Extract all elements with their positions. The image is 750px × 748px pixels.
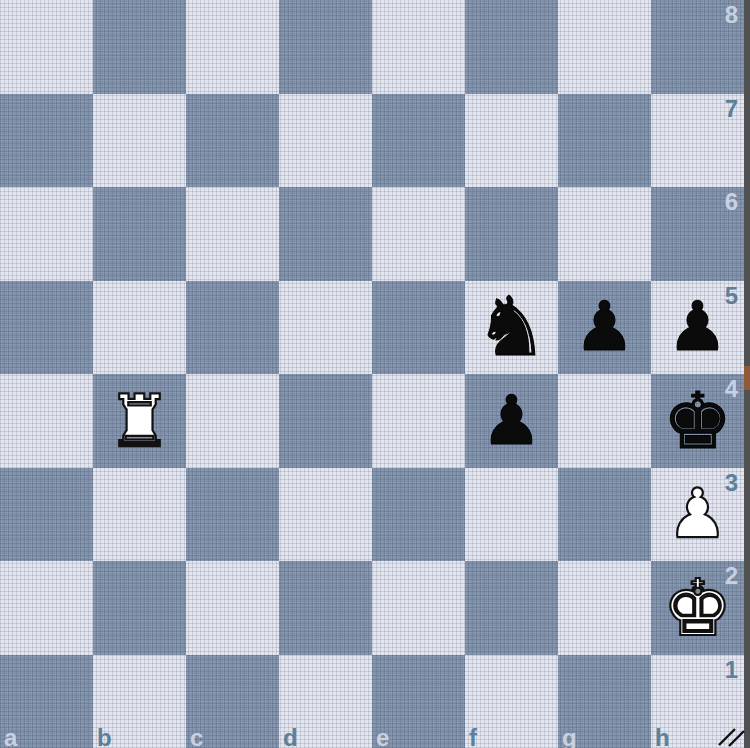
square-c7[interactable] [186, 94, 279, 188]
file-label-e: e [376, 726, 389, 748]
square-f3[interactable] [465, 468, 558, 562]
square-e4[interactable] [372, 374, 465, 468]
file-label-a: a [4, 726, 17, 748]
square-e1[interactable]: e [372, 655, 465, 748]
square-f4[interactable]: ♟ [465, 374, 558, 468]
square-d2[interactable] [279, 561, 372, 655]
square-f1[interactable]: f [465, 655, 558, 748]
piece-black-pawn-g5[interactable]: ♟ [558, 281, 651, 375]
square-f5[interactable]: ♞ [465, 281, 558, 375]
square-g4[interactable] [558, 374, 651, 468]
file-label-b: b [97, 726, 112, 748]
square-g3[interactable] [558, 468, 651, 562]
chess-app: 876♞♟5♟♜♟4♚3♟2♚abcdefg1h [0, 0, 750, 748]
square-h8[interactable]: 8 [651, 0, 744, 94]
square-c6[interactable] [186, 187, 279, 281]
square-b8[interactable] [93, 0, 186, 94]
square-b1[interactable]: b [93, 655, 186, 748]
square-d1[interactable]: d [279, 655, 372, 748]
piece-white-rook-b4[interactable]: ♜ [93, 374, 186, 468]
square-a2[interactable] [0, 561, 93, 655]
square-e7[interactable] [372, 94, 465, 188]
rank-label-2: 2 [725, 564, 738, 588]
rank-label-4: 4 [725, 377, 738, 401]
square-d3[interactable] [279, 468, 372, 562]
square-f7[interactable] [465, 94, 558, 188]
resize-handle[interactable] [718, 727, 746, 747]
square-b7[interactable] [93, 94, 186, 188]
square-f2[interactable] [465, 561, 558, 655]
rank-label-1: 1 [725, 658, 738, 682]
square-d6[interactable] [279, 187, 372, 281]
rank-label-7: 7 [725, 97, 738, 121]
square-c5[interactable] [186, 281, 279, 375]
square-a5[interactable] [0, 281, 93, 375]
square-g5[interactable]: ♟ [558, 281, 651, 375]
square-c8[interactable] [186, 0, 279, 94]
piece-black-knight-f5[interactable]: ♞ [465, 281, 558, 375]
square-c2[interactable] [186, 561, 279, 655]
square-b5[interactable] [93, 281, 186, 375]
square-a6[interactable] [0, 187, 93, 281]
square-h4[interactable]: 4♚ [651, 374, 744, 468]
chess-board: 876♞♟5♟♜♟4♚3♟2♚abcdefg1h [0, 0, 744, 748]
square-e5[interactable] [372, 281, 465, 375]
file-label-h: h [655, 726, 670, 748]
square-g1[interactable]: g [558, 655, 651, 748]
square-e2[interactable] [372, 561, 465, 655]
file-label-d: d [283, 726, 298, 748]
square-e3[interactable] [372, 468, 465, 562]
square-d8[interactable] [279, 0, 372, 94]
square-f6[interactable] [465, 187, 558, 281]
square-a3[interactable] [0, 468, 93, 562]
square-b4[interactable]: ♜ [93, 374, 186, 468]
square-a8[interactable] [0, 0, 93, 94]
rank-label-6: 6 [725, 190, 738, 214]
square-h5[interactable]: 5♟ [651, 281, 744, 375]
square-b6[interactable] [93, 187, 186, 281]
square-h6[interactable]: 6 [651, 187, 744, 281]
square-b3[interactable] [93, 468, 186, 562]
rank-label-8: 8 [725, 3, 738, 27]
square-g7[interactable] [558, 94, 651, 188]
file-label-c: c [190, 726, 203, 748]
square-d7[interactable] [279, 94, 372, 188]
rank-label-5: 5 [725, 284, 738, 308]
square-d4[interactable] [279, 374, 372, 468]
square-c4[interactable] [186, 374, 279, 468]
square-f8[interactable] [465, 0, 558, 94]
file-label-g: g [562, 726, 577, 748]
square-b2[interactable] [93, 561, 186, 655]
square-a7[interactable] [0, 94, 93, 188]
square-h2[interactable]: 2♚ [651, 561, 744, 655]
square-a4[interactable] [0, 374, 93, 468]
piece-black-pawn-f4[interactable]: ♟ [465, 374, 558, 468]
square-h7[interactable]: 7 [651, 94, 744, 188]
rank-label-3: 3 [725, 471, 738, 495]
square-g6[interactable] [558, 187, 651, 281]
square-g2[interactable] [558, 561, 651, 655]
square-c1[interactable]: c [186, 655, 279, 748]
edge-strip-marker [744, 366, 750, 390]
square-h3[interactable]: 3♟ [651, 468, 744, 562]
square-a1[interactable]: a [0, 655, 93, 748]
file-label-f: f [469, 726, 477, 748]
square-e6[interactable] [372, 187, 465, 281]
square-d5[interactable] [279, 281, 372, 375]
square-g8[interactable] [558, 0, 651, 94]
square-e8[interactable] [372, 0, 465, 94]
square-c3[interactable] [186, 468, 279, 562]
